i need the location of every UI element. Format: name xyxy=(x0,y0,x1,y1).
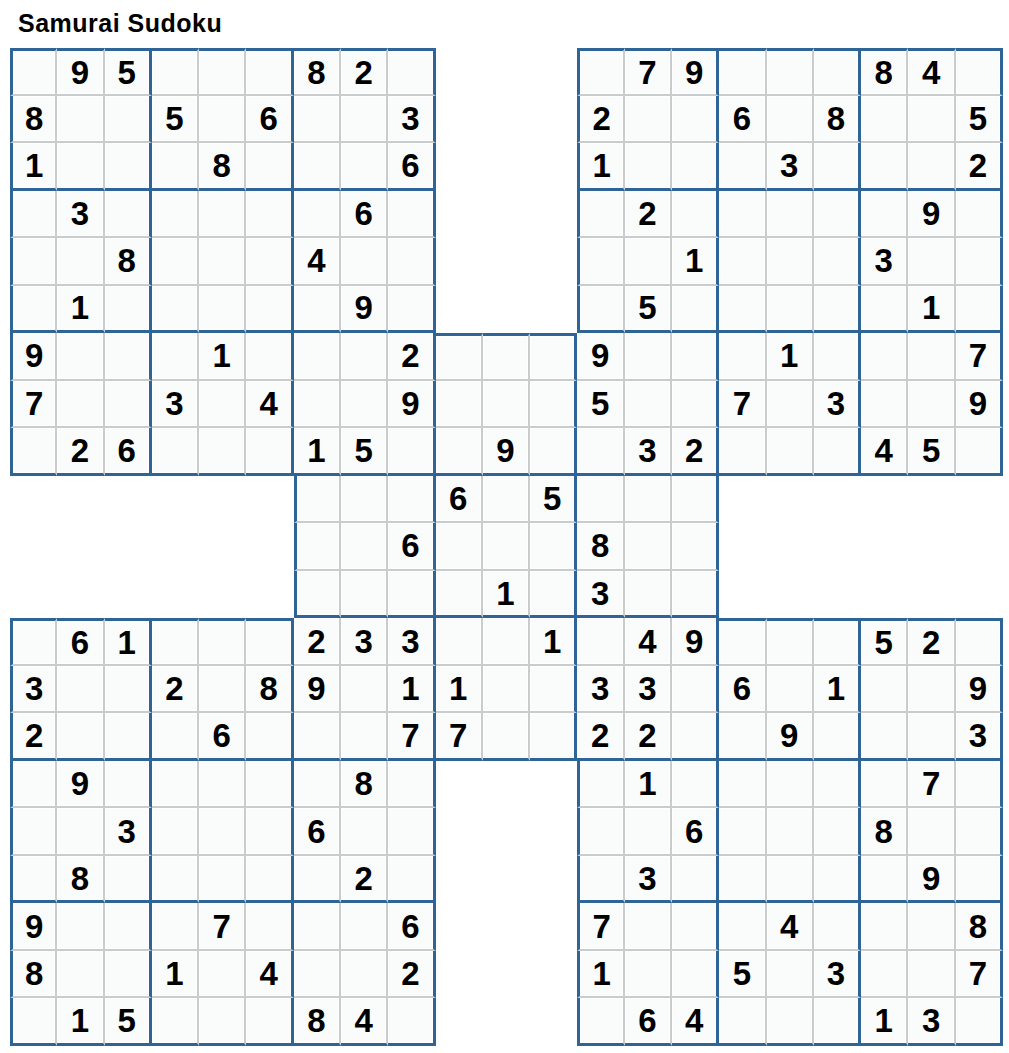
cell-r1c18-empty[interactable] xyxy=(814,48,861,96)
cell-r9c7-given[interactable]: 1 xyxy=(294,428,341,476)
cell-r10c9-empty[interactable] xyxy=(388,476,435,524)
cell-r5c21-empty[interactable] xyxy=(956,238,1003,286)
cell-r15c12-empty[interactable] xyxy=(530,713,577,761)
cell-r14c5-empty[interactable] xyxy=(199,666,246,714)
cell-r19c5-given[interactable]: 7 xyxy=(199,903,246,951)
cell-r10c12-given[interactable]: 5 xyxy=(530,476,577,524)
cell-r15c13-given[interactable]: 2 xyxy=(577,713,624,761)
cell-r9c21-empty[interactable] xyxy=(956,428,1003,476)
cell-r9c11-given[interactable]: 9 xyxy=(483,428,530,476)
cell-r19c17-given[interactable]: 4 xyxy=(767,903,814,951)
cell-r18c5-empty[interactable] xyxy=(199,856,246,904)
cell-r18c21-empty[interactable] xyxy=(956,856,1003,904)
cell-r9c17-empty[interactable] xyxy=(767,428,814,476)
cell-r1c5-empty[interactable] xyxy=(199,48,246,96)
cell-r12c8-empty[interactable] xyxy=(341,571,388,619)
cell-r1c4-empty[interactable] xyxy=(152,48,199,96)
cell-r15c10-given[interactable]: 7 xyxy=(436,713,483,761)
cell-r20c20-empty[interactable] xyxy=(908,951,955,999)
cell-r9c5-empty[interactable] xyxy=(199,428,246,476)
cell-r2c13-given[interactable]: 2 xyxy=(577,96,624,144)
cell-r14c4-given[interactable]: 2 xyxy=(152,666,199,714)
cell-r16c9-empty[interactable] xyxy=(388,761,435,809)
cell-r1c3-given[interactable]: 5 xyxy=(105,48,152,96)
cell-r21c4-empty[interactable] xyxy=(152,998,199,1046)
cell-r4c16-empty[interactable] xyxy=(719,191,766,239)
cell-r19c9-given[interactable]: 6 xyxy=(388,903,435,951)
cell-r9c9-empty[interactable] xyxy=(388,428,435,476)
cell-r1c14-given[interactable]: 7 xyxy=(625,48,672,96)
cell-r8c21-given[interactable]: 9 xyxy=(956,381,1003,429)
cell-r2c5-empty[interactable] xyxy=(199,96,246,144)
cell-r19c14-empty[interactable] xyxy=(625,903,672,951)
cell-r11c13-given[interactable]: 8 xyxy=(577,523,624,571)
cell-r4c20-given[interactable]: 9 xyxy=(908,191,955,239)
cell-r20c1-given[interactable]: 8 xyxy=(10,951,57,999)
cell-r20c4-given[interactable]: 1 xyxy=(152,951,199,999)
cell-r6c17-empty[interactable] xyxy=(767,286,814,334)
cell-r12c15-empty[interactable] xyxy=(672,571,719,619)
cell-r6c21-empty[interactable] xyxy=(956,286,1003,334)
cell-r3c3-empty[interactable] xyxy=(105,143,152,191)
cell-r4c4-empty[interactable] xyxy=(152,191,199,239)
cell-r8c13-given[interactable]: 5 xyxy=(577,381,624,429)
cell-r7c19-empty[interactable] xyxy=(861,333,908,381)
cell-r8c7-empty[interactable] xyxy=(294,381,341,429)
cell-r9c19-given[interactable]: 4 xyxy=(861,428,908,476)
cell-r6c16-empty[interactable] xyxy=(719,286,766,334)
cell-r19c4-empty[interactable] xyxy=(152,903,199,951)
cell-r5c9-empty[interactable] xyxy=(388,238,435,286)
cell-r14c19-empty[interactable] xyxy=(861,666,908,714)
cell-r2c7-empty[interactable] xyxy=(294,96,341,144)
cell-r20c15-empty[interactable] xyxy=(672,951,719,999)
cell-r13c7-given[interactable]: 2 xyxy=(294,618,341,666)
cell-r13c13-empty[interactable] xyxy=(577,618,624,666)
cell-r8c1-given[interactable]: 7 xyxy=(10,381,57,429)
cell-r7c9-given[interactable]: 2 xyxy=(388,333,435,381)
cell-r21c20-given[interactable]: 3 xyxy=(908,998,955,1046)
cell-r9c1-empty[interactable] xyxy=(10,428,57,476)
cell-r1c21-empty[interactable] xyxy=(956,48,1003,96)
cell-r20c18-given[interactable]: 3 xyxy=(814,951,861,999)
cell-r21c13-empty[interactable] xyxy=(577,998,624,1046)
cell-r21c15-given[interactable]: 4 xyxy=(672,998,719,1046)
cell-r13c21-empty[interactable] xyxy=(956,618,1003,666)
cell-r14c7-given[interactable]: 9 xyxy=(294,666,341,714)
cell-r16c8-given[interactable]: 8 xyxy=(341,761,388,809)
cell-r14c18-given[interactable]: 1 xyxy=(814,666,861,714)
cell-r8c20-empty[interactable] xyxy=(908,381,955,429)
cell-r7c11-empty[interactable] xyxy=(483,333,530,381)
cell-r16c4-empty[interactable] xyxy=(152,761,199,809)
cell-r3c21-given[interactable]: 2 xyxy=(956,143,1003,191)
cell-r1c20-given[interactable]: 4 xyxy=(908,48,955,96)
cell-r3c2-empty[interactable] xyxy=(57,143,104,191)
cell-r19c3-empty[interactable] xyxy=(105,903,152,951)
cell-r13c15-given[interactable]: 9 xyxy=(672,618,719,666)
cell-r21c6-empty[interactable] xyxy=(246,998,293,1046)
cell-r19c16-empty[interactable] xyxy=(719,903,766,951)
cell-r20c13-given[interactable]: 1 xyxy=(577,951,624,999)
cell-r5c16-empty[interactable] xyxy=(719,238,766,286)
cell-r14c21-given[interactable]: 9 xyxy=(956,666,1003,714)
cell-r13c8-given[interactable]: 3 xyxy=(341,618,388,666)
cell-r19c19-empty[interactable] xyxy=(861,903,908,951)
cell-r2c16-given[interactable]: 6 xyxy=(719,96,766,144)
cell-r18c15-empty[interactable] xyxy=(672,856,719,904)
cell-r15c20-empty[interactable] xyxy=(908,713,955,761)
cell-r13c17-empty[interactable] xyxy=(767,618,814,666)
cell-r17c4-empty[interactable] xyxy=(152,808,199,856)
cell-r10c14-empty[interactable] xyxy=(625,476,672,524)
cell-r3c5-given[interactable]: 8 xyxy=(199,143,246,191)
cell-r3c1-given[interactable]: 1 xyxy=(10,143,57,191)
cell-r7c10-empty[interactable] xyxy=(436,333,483,381)
cell-r2c4-given[interactable]: 5 xyxy=(152,96,199,144)
cell-r14c13-given[interactable]: 3 xyxy=(577,666,624,714)
cell-r13c20-given[interactable]: 2 xyxy=(908,618,955,666)
cell-r7c20-empty[interactable] xyxy=(908,333,955,381)
cell-r12c9-empty[interactable] xyxy=(388,571,435,619)
cell-r7c3-empty[interactable] xyxy=(105,333,152,381)
cell-r11c15-empty[interactable] xyxy=(672,523,719,571)
cell-r13c18-empty[interactable] xyxy=(814,618,861,666)
cell-r4c13-empty[interactable] xyxy=(577,191,624,239)
cell-r20c7-empty[interactable] xyxy=(294,951,341,999)
cell-r18c3-empty[interactable] xyxy=(105,856,152,904)
cell-r20c19-empty[interactable] xyxy=(861,951,908,999)
cell-r4c18-empty[interactable] xyxy=(814,191,861,239)
cell-r17c20-empty[interactable] xyxy=(908,808,955,856)
cell-r16c20-given[interactable]: 7 xyxy=(908,761,955,809)
cell-r13c5-empty[interactable] xyxy=(199,618,246,666)
cell-r6c4-empty[interactable] xyxy=(152,286,199,334)
cell-r14c14-given[interactable]: 3 xyxy=(625,666,672,714)
cell-r15c1-given[interactable]: 2 xyxy=(10,713,57,761)
cell-r20c16-given[interactable]: 5 xyxy=(719,951,766,999)
cell-r14c2-empty[interactable] xyxy=(57,666,104,714)
cell-r17c13-empty[interactable] xyxy=(577,808,624,856)
cell-r3c14-empty[interactable] xyxy=(625,143,672,191)
cell-r21c1-empty[interactable] xyxy=(10,998,57,1046)
cell-r19c2-empty[interactable] xyxy=(57,903,104,951)
cell-r3c19-empty[interactable] xyxy=(861,143,908,191)
cell-r17c15-given[interactable]: 6 xyxy=(672,808,719,856)
cell-r18c18-empty[interactable] xyxy=(814,856,861,904)
cell-r17c18-empty[interactable] xyxy=(814,808,861,856)
cell-r17c6-empty[interactable] xyxy=(246,808,293,856)
cell-r2c21-given[interactable]: 5 xyxy=(956,96,1003,144)
cell-r3c17-given[interactable]: 3 xyxy=(767,143,814,191)
cell-r1c9-empty[interactable] xyxy=(388,48,435,96)
cell-r5c4-empty[interactable] xyxy=(152,238,199,286)
cell-r1c8-given[interactable]: 2 xyxy=(341,48,388,96)
cell-r11c7-empty[interactable] xyxy=(294,523,341,571)
cell-r5c7-given[interactable]: 4 xyxy=(294,238,341,286)
cell-r9c10-empty[interactable] xyxy=(436,428,483,476)
cell-r6c3-empty[interactable] xyxy=(105,286,152,334)
cell-r17c16-empty[interactable] xyxy=(719,808,766,856)
cell-r4c5-empty[interactable] xyxy=(199,191,246,239)
cell-r13c2-given[interactable]: 6 xyxy=(57,618,104,666)
cell-r3c15-empty[interactable] xyxy=(672,143,719,191)
cell-r15c17-given[interactable]: 9 xyxy=(767,713,814,761)
cell-r17c2-empty[interactable] xyxy=(57,808,104,856)
cell-r9c8-given[interactable]: 5 xyxy=(341,428,388,476)
cell-r20c6-given[interactable]: 4 xyxy=(246,951,293,999)
cell-r3c16-empty[interactable] xyxy=(719,143,766,191)
cell-r11c11-empty[interactable] xyxy=(483,523,530,571)
cell-r4c1-empty[interactable] xyxy=(10,191,57,239)
cell-r7c12-empty[interactable] xyxy=(530,333,577,381)
cell-r5c13-empty[interactable] xyxy=(577,238,624,286)
cell-r8c14-empty[interactable] xyxy=(625,381,672,429)
cell-r7c5-given[interactable]: 1 xyxy=(199,333,246,381)
cell-r19c7-empty[interactable] xyxy=(294,903,341,951)
cell-r8c4-given[interactable]: 3 xyxy=(152,381,199,429)
cell-r9c14-given[interactable]: 3 xyxy=(625,428,672,476)
cell-r2c9-given[interactable]: 3 xyxy=(388,96,435,144)
cell-r19c8-empty[interactable] xyxy=(341,903,388,951)
cell-r7c17-given[interactable]: 1 xyxy=(767,333,814,381)
cell-r9c18-empty[interactable] xyxy=(814,428,861,476)
cell-r14c1-given[interactable]: 3 xyxy=(10,666,57,714)
cell-r1c13-empty[interactable] xyxy=(577,48,624,96)
cell-r17c21-empty[interactable] xyxy=(956,808,1003,856)
cell-r5c2-empty[interactable] xyxy=(57,238,104,286)
cell-r1c15-given[interactable]: 9 xyxy=(672,48,719,96)
cell-r16c16-empty[interactable] xyxy=(719,761,766,809)
cell-r7c18-empty[interactable] xyxy=(814,333,861,381)
cell-r15c14-given[interactable]: 2 xyxy=(625,713,672,761)
cell-r2c19-empty[interactable] xyxy=(861,96,908,144)
cell-r6c19-empty[interactable] xyxy=(861,286,908,334)
cell-r10c7-empty[interactable] xyxy=(294,476,341,524)
cell-r17c7-given[interactable]: 6 xyxy=(294,808,341,856)
cell-r12c14-empty[interactable] xyxy=(625,571,672,619)
cell-r8c17-empty[interactable] xyxy=(767,381,814,429)
cell-r8c9-given[interactable]: 9 xyxy=(388,381,435,429)
cell-r21c3-given[interactable]: 5 xyxy=(105,998,152,1046)
cell-r17c1-empty[interactable] xyxy=(10,808,57,856)
cell-r20c9-given[interactable]: 2 xyxy=(388,951,435,999)
cell-r15c2-empty[interactable] xyxy=(57,713,104,761)
cell-r15c15-empty[interactable] xyxy=(672,713,719,761)
cell-r14c10-given[interactable]: 1 xyxy=(436,666,483,714)
cell-r12c11-given[interactable]: 1 xyxy=(483,571,530,619)
cell-r4c7-empty[interactable] xyxy=(294,191,341,239)
cell-r16c19-empty[interactable] xyxy=(861,761,908,809)
cell-r12c7-empty[interactable] xyxy=(294,571,341,619)
cell-r16c1-empty[interactable] xyxy=(10,761,57,809)
cell-r5c14-empty[interactable] xyxy=(625,238,672,286)
cell-r1c6-empty[interactable] xyxy=(246,48,293,96)
cell-r3c8-empty[interactable] xyxy=(341,143,388,191)
cell-r5c17-empty[interactable] xyxy=(767,238,814,286)
cell-r9c20-given[interactable]: 5 xyxy=(908,428,955,476)
cell-r1c2-given[interactable]: 9 xyxy=(57,48,104,96)
cell-r8c10-empty[interactable] xyxy=(436,381,483,429)
cell-r11c9-given[interactable]: 6 xyxy=(388,523,435,571)
cell-r6c20-given[interactable]: 1 xyxy=(908,286,955,334)
cell-r1c19-given[interactable]: 8 xyxy=(861,48,908,96)
cell-r2c20-empty[interactable] xyxy=(908,96,955,144)
cell-r14c6-given[interactable]: 8 xyxy=(246,666,293,714)
cell-r18c16-empty[interactable] xyxy=(719,856,766,904)
cell-r20c21-given[interactable]: 7 xyxy=(956,951,1003,999)
cell-r16c17-empty[interactable] xyxy=(767,761,814,809)
cell-r9c16-empty[interactable] xyxy=(719,428,766,476)
cell-r6c7-empty[interactable] xyxy=(294,286,341,334)
cell-r4c3-empty[interactable] xyxy=(105,191,152,239)
cell-r14c11-empty[interactable] xyxy=(483,666,530,714)
cell-r21c7-given[interactable]: 8 xyxy=(294,998,341,1046)
cell-r14c15-empty[interactable] xyxy=(672,666,719,714)
cell-r5c18-empty[interactable] xyxy=(814,238,861,286)
cell-r15c11-empty[interactable] xyxy=(483,713,530,761)
cell-r6c1-empty[interactable] xyxy=(10,286,57,334)
cell-r18c8-given[interactable]: 2 xyxy=(341,856,388,904)
cell-r20c3-empty[interactable] xyxy=(105,951,152,999)
cell-r7c1-given[interactable]: 9 xyxy=(10,333,57,381)
cell-r4c14-given[interactable]: 2 xyxy=(625,191,672,239)
cell-r21c19-given[interactable]: 1 xyxy=(861,998,908,1046)
cell-r16c21-empty[interactable] xyxy=(956,761,1003,809)
cell-r8c6-given[interactable]: 4 xyxy=(246,381,293,429)
cell-r17c3-given[interactable]: 3 xyxy=(105,808,152,856)
cell-r21c16-empty[interactable] xyxy=(719,998,766,1046)
cell-r1c7-given[interactable]: 8 xyxy=(294,48,341,96)
cell-r9c12-empty[interactable] xyxy=(530,428,577,476)
cell-r4c2-given[interactable]: 3 xyxy=(57,191,104,239)
cell-r12c13-given[interactable]: 3 xyxy=(577,571,624,619)
cell-r10c10-given[interactable]: 6 xyxy=(436,476,483,524)
cell-r8c11-empty[interactable] xyxy=(483,381,530,429)
cell-r15c9-given[interactable]: 7 xyxy=(388,713,435,761)
cell-r15c21-given[interactable]: 3 xyxy=(956,713,1003,761)
cell-r17c17-empty[interactable] xyxy=(767,808,814,856)
cell-r6c9-empty[interactable] xyxy=(388,286,435,334)
cell-r9c4-empty[interactable] xyxy=(152,428,199,476)
cell-r13c4-empty[interactable] xyxy=(152,618,199,666)
cell-r14c20-empty[interactable] xyxy=(908,666,955,714)
cell-r10c11-empty[interactable] xyxy=(483,476,530,524)
cell-r7c21-given[interactable]: 7 xyxy=(956,333,1003,381)
cell-r6c14-given[interactable]: 5 xyxy=(625,286,672,334)
cell-r15c8-empty[interactable] xyxy=(341,713,388,761)
cell-r1c16-empty[interactable] xyxy=(719,48,766,96)
cell-r13c10-empty[interactable] xyxy=(436,618,483,666)
cell-r9c2-given[interactable]: 2 xyxy=(57,428,104,476)
cell-r6c8-given[interactable]: 9 xyxy=(341,286,388,334)
cell-r7c13-given[interactable]: 9 xyxy=(577,333,624,381)
cell-r10c13-empty[interactable] xyxy=(577,476,624,524)
cell-r5c19-given[interactable]: 3 xyxy=(861,238,908,286)
cell-r20c2-empty[interactable] xyxy=(57,951,104,999)
cell-r7c6-empty[interactable] xyxy=(246,333,293,381)
cell-r8c19-empty[interactable] xyxy=(861,381,908,429)
cell-r14c8-empty[interactable] xyxy=(341,666,388,714)
cell-r13c6-empty[interactable] xyxy=(246,618,293,666)
cell-r15c3-empty[interactable] xyxy=(105,713,152,761)
cell-r2c14-empty[interactable] xyxy=(625,96,672,144)
cell-r13c3-given[interactable]: 1 xyxy=(105,618,152,666)
cell-r4c19-empty[interactable] xyxy=(861,191,908,239)
cell-r16c13-empty[interactable] xyxy=(577,761,624,809)
cell-r3c13-given[interactable]: 1 xyxy=(577,143,624,191)
cell-r4c8-given[interactable]: 6 xyxy=(341,191,388,239)
cell-r4c9-empty[interactable] xyxy=(388,191,435,239)
cell-r9c6-empty[interactable] xyxy=(246,428,293,476)
cell-r13c19-given[interactable]: 5 xyxy=(861,618,908,666)
cell-r6c15-empty[interactable] xyxy=(672,286,719,334)
cell-r21c14-given[interactable]: 6 xyxy=(625,998,672,1046)
cell-r7c2-empty[interactable] xyxy=(57,333,104,381)
cell-r6c5-empty[interactable] xyxy=(199,286,246,334)
cell-r21c9-empty[interactable] xyxy=(388,998,435,1046)
cell-r18c1-empty[interactable] xyxy=(10,856,57,904)
cell-r18c7-empty[interactable] xyxy=(294,856,341,904)
cell-r18c4-empty[interactable] xyxy=(152,856,199,904)
cell-r16c2-given[interactable]: 9 xyxy=(57,761,104,809)
cell-r3c6-empty[interactable] xyxy=(246,143,293,191)
cell-r17c8-empty[interactable] xyxy=(341,808,388,856)
cell-r18c14-given[interactable]: 3 xyxy=(625,856,672,904)
cell-r19c15-empty[interactable] xyxy=(672,903,719,951)
cell-r21c21-empty[interactable] xyxy=(956,998,1003,1046)
cell-r18c20-given[interactable]: 9 xyxy=(908,856,955,904)
cell-r5c3-given[interactable]: 8 xyxy=(105,238,152,286)
cell-r18c17-empty[interactable] xyxy=(767,856,814,904)
cell-r14c17-empty[interactable] xyxy=(767,666,814,714)
cell-r7c7-empty[interactable] xyxy=(294,333,341,381)
cell-r18c9-empty[interactable] xyxy=(388,856,435,904)
cell-r16c3-empty[interactable] xyxy=(105,761,152,809)
cell-r7c16-empty[interactable] xyxy=(719,333,766,381)
cell-r10c8-empty[interactable] xyxy=(341,476,388,524)
cell-r12c10-empty[interactable] xyxy=(436,571,483,619)
cell-r20c17-empty[interactable] xyxy=(767,951,814,999)
cell-r21c17-empty[interactable] xyxy=(767,998,814,1046)
cell-r6c2-given[interactable]: 1 xyxy=(57,286,104,334)
cell-r17c19-given[interactable]: 8 xyxy=(861,808,908,856)
cell-r18c6-empty[interactable] xyxy=(246,856,293,904)
cell-r8c5-empty[interactable] xyxy=(199,381,246,429)
cell-r9c13-empty[interactable] xyxy=(577,428,624,476)
cell-r14c9-given[interactable]: 1 xyxy=(388,666,435,714)
cell-r5c8-empty[interactable] xyxy=(341,238,388,286)
cell-r18c19-empty[interactable] xyxy=(861,856,908,904)
cell-r15c16-empty[interactable] xyxy=(719,713,766,761)
cell-r3c9-given[interactable]: 6 xyxy=(388,143,435,191)
cell-r17c5-empty[interactable] xyxy=(199,808,246,856)
cell-r21c5-empty[interactable] xyxy=(199,998,246,1046)
cell-r2c1-given[interactable]: 8 xyxy=(10,96,57,144)
cell-r14c16-given[interactable]: 6 xyxy=(719,666,766,714)
cell-r20c5-empty[interactable] xyxy=(199,951,246,999)
cell-r16c14-given[interactable]: 1 xyxy=(625,761,672,809)
cell-r2c6-given[interactable]: 6 xyxy=(246,96,293,144)
cell-r20c8-empty[interactable] xyxy=(341,951,388,999)
cell-r15c18-empty[interactable] xyxy=(814,713,861,761)
cell-r11c8-empty[interactable] xyxy=(341,523,388,571)
cell-r8c3-empty[interactable] xyxy=(105,381,152,429)
cell-r16c6-empty[interactable] xyxy=(246,761,293,809)
cell-r9c15-given[interactable]: 2 xyxy=(672,428,719,476)
cell-r13c9-given[interactable]: 3 xyxy=(388,618,435,666)
cell-r5c1-empty[interactable] xyxy=(10,238,57,286)
